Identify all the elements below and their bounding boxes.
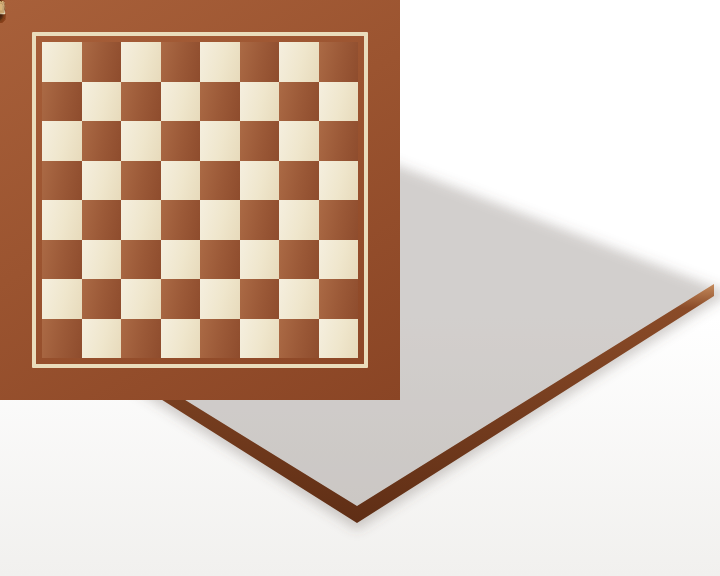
square-h2 <box>319 279 359 319</box>
square-f1 <box>240 319 280 359</box>
square-e5 <box>200 161 240 201</box>
square-a8 <box>42 42 82 82</box>
board-grid <box>42 42 358 358</box>
square-a1 <box>42 319 82 359</box>
square-a5 <box>42 161 82 201</box>
square-g3 <box>279 240 319 280</box>
square-a7 <box>42 82 82 122</box>
square-a2 <box>42 279 82 319</box>
square-f7 <box>240 82 280 122</box>
square-g1 <box>279 319 319 359</box>
square-b3 <box>82 240 122 280</box>
square-g5 <box>279 161 319 201</box>
square-f5 <box>240 161 280 201</box>
square-a4 <box>42 200 82 240</box>
square-h7 <box>319 82 359 122</box>
square-h3 <box>319 240 359 280</box>
chess-set-photo: ♜♞♝♛♚♝♞♜♟♟♟♟♟♟♟♟♟♟♟♟♟♟♟♟♜♞♝♛♚♝♞♜ <box>0 0 720 576</box>
chess-board <box>0 0 400 400</box>
square-d6 <box>161 121 201 161</box>
square-f6 <box>240 121 280 161</box>
square-c2 <box>121 279 161 319</box>
square-h6 <box>319 121 359 161</box>
square-e1 <box>200 319 240 359</box>
square-c8 <box>121 42 161 82</box>
square-b1 <box>82 319 122 359</box>
square-c3 <box>121 240 161 280</box>
square-d2 <box>161 279 201 319</box>
square-g4 <box>279 200 319 240</box>
square-e6 <box>200 121 240 161</box>
square-c5 <box>121 161 161 201</box>
square-e3 <box>200 240 240 280</box>
square-e4 <box>200 200 240 240</box>
square-g7 <box>279 82 319 122</box>
square-d1 <box>161 319 201 359</box>
square-b6 <box>82 121 122 161</box>
square-g8 <box>279 42 319 82</box>
square-c1 <box>121 319 161 359</box>
square-h8 <box>319 42 359 82</box>
square-e8 <box>200 42 240 82</box>
square-d3 <box>161 240 201 280</box>
square-c4 <box>121 200 161 240</box>
square-d4 <box>161 200 201 240</box>
square-e2 <box>200 279 240 319</box>
square-b2 <box>82 279 122 319</box>
square-d7 <box>161 82 201 122</box>
square-b4 <box>82 200 122 240</box>
square-c6 <box>121 121 161 161</box>
square-b8 <box>82 42 122 82</box>
square-e7 <box>200 82 240 122</box>
square-h4 <box>319 200 359 240</box>
square-d5 <box>161 161 201 201</box>
square-f3 <box>240 240 280 280</box>
square-h5 <box>319 161 359 201</box>
square-h1 <box>319 319 359 359</box>
square-b5 <box>82 161 122 201</box>
square-f2 <box>240 279 280 319</box>
square-a3 <box>42 240 82 280</box>
square-f4 <box>240 200 280 240</box>
square-b7 <box>82 82 122 122</box>
square-a6 <box>42 121 82 161</box>
square-g6 <box>279 121 319 161</box>
square-c7 <box>121 82 161 122</box>
square-d8 <box>161 42 201 82</box>
square-f8 <box>240 42 280 82</box>
square-g2 <box>279 279 319 319</box>
